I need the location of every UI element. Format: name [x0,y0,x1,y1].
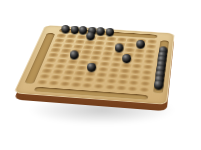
board-cell-r3c2[interactable] [63,44,73,49]
black-marble[interactable] [61,25,69,33]
board-cell-r5c4[interactable] [80,55,91,60]
board-cell-r9c7[interactable] [106,79,117,85]
board-cell-r6c9[interactable] [132,64,142,69]
board-cell-r10c1[interactable] [37,80,49,86]
product-photo-scene [0,0,201,150]
board-cell-r5c7[interactable] [112,57,122,62]
board-cell-r5c1[interactable] [48,53,59,58]
board-cell-r2c3[interactable] [75,39,85,44]
black-marble[interactable] [97,27,105,35]
board-cell-r10c9[interactable] [127,86,138,92]
black-marble[interactable] [87,62,96,71]
black-marble[interactable] [136,40,145,49]
black-marble[interactable] [87,32,96,41]
board-cell-r9c10[interactable] [140,81,151,87]
board-cell-r6c1[interactable] [46,58,57,63]
board-cell-r9c6[interactable] [95,78,106,84]
board-cell-r6c6[interactable] [99,61,109,66]
board-cell-r9c9[interactable] [128,80,139,86]
board-grid [37,34,157,93]
board-cell-r7c3[interactable] [65,64,76,69]
board-cell-r7c7[interactable] [109,67,120,72]
board-cell-r6c2[interactable] [57,58,68,63]
board-cell-r2c9[interactable] [136,43,146,48]
board-cell-r10c5[interactable] [82,83,93,89]
board-cell-r9c4[interactable] [72,76,83,82]
board-cell-r5c10[interactable] [144,59,154,64]
board-cell-r9c3[interactable] [61,75,72,81]
board-cell-r10c6[interactable] [93,84,104,90]
board-cell-r7c10[interactable] [142,70,152,75]
black-marble[interactable] [114,43,123,52]
board-cell-r5c9[interactable] [133,58,143,63]
board-cell-r8c7[interactable] [107,73,118,79]
black-marble[interactable] [69,50,78,59]
board-cell-r8c9[interactable] [130,75,141,81]
board-cell-r3c7[interactable] [114,47,124,52]
board-cell-r10c7[interactable] [104,84,115,90]
board-cell-r7c4[interactable] [76,65,87,70]
black-marble[interactable] [106,28,114,36]
board-cell-r8c10[interactable] [141,75,151,81]
board-cell-r7c2[interactable] [54,64,65,69]
board-cell-r7c5[interactable] [87,66,98,71]
black-marble[interactable] [123,54,132,63]
board-cell-r9c1[interactable] [39,74,50,80]
board-cell-r3c4[interactable] [83,45,93,50]
board-cell-r7c8[interactable] [120,68,130,73]
board-cell-r7c6[interactable] [98,67,109,72]
board-cell-r10c10[interactable] [139,87,150,93]
board-cell-r6c8[interactable] [121,63,131,68]
board-cell-r6c7[interactable] [110,62,120,67]
board-cell-r10c2[interactable] [48,80,60,86]
board-cell-r1c4[interactable] [86,36,96,41]
board-cell-r10c4[interactable] [70,82,81,88]
board-cell-r7c1[interactable] [44,63,55,68]
board-cell-r8c3[interactable] [63,70,74,75]
board-cell-r6c10[interactable] [143,64,153,69]
board-cell-r7c9[interactable] [131,69,141,74]
board-cell-r5c8[interactable] [122,58,132,63]
board-cell-r8c8[interactable] [118,74,129,80]
board-cell-r6c3[interactable] [67,59,78,64]
board-cell-r9c2[interactable] [50,75,61,81]
board-cell-r8c5[interactable] [85,71,96,76]
game-board [13,25,174,105]
board-cell-r9c8[interactable] [117,79,128,85]
board-cell-r8c1[interactable] [41,68,52,73]
board-cell-r5c2[interactable] [59,53,70,58]
board-cell-r9c5[interactable] [83,77,94,83]
board-cell-r5c3[interactable] [69,54,80,59]
board-cell-r10c8[interactable] [116,85,127,91]
board-cell-r10c3[interactable] [59,81,70,87]
board-cell-r8c6[interactable] [96,72,107,78]
board-cell-r3c10[interactable] [146,49,156,54]
black-marble[interactable] [153,80,163,90]
board-cell-r4c6[interactable] [102,51,112,56]
black-marble[interactable] [70,25,78,33]
board-cell-r8c2[interactable] [52,69,63,74]
board-cell-r5c5[interactable] [90,56,100,61]
board-cell-r4c9[interactable] [134,53,144,58]
board-cell-r8c4[interactable] [74,71,85,76]
